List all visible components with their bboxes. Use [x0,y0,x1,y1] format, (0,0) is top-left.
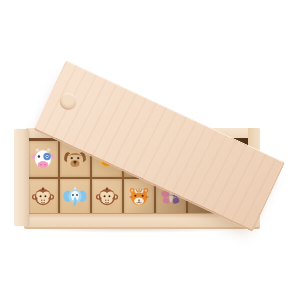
tile-monkey [92,179,122,215]
monkey-face-icon [30,184,56,210]
box-left-end [14,129,29,226]
tiger-face-icon [126,184,152,210]
tile-cow [28,141,58,177]
tile-monkey [28,179,58,215]
lid-finger-recess [57,90,80,113]
tile-elephant [60,179,90,215]
elephant-face-icon [62,184,88,210]
monkey-face-icon [94,184,120,210]
tile-tiger [124,179,154,215]
product-photo-scene [0,0,300,300]
cow-face-icon [30,146,56,172]
